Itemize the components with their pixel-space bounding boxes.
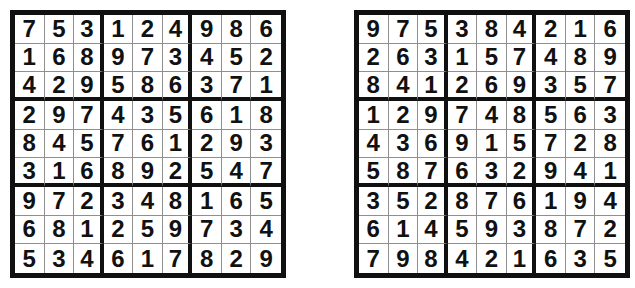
sudoku-cell[interactable]: 4 (448, 244, 478, 273)
sudoku-cell[interactable]: 5 (104, 72, 134, 101)
sudoku-cell[interactable]: 3 (359, 187, 389, 216)
sudoku-cell[interactable]: 1 (104, 15, 134, 44)
sudoku-cell[interactable]: 6 (566, 101, 596, 130)
sudoku-cell[interactable]: 7 (45, 187, 75, 216)
sudoku-cell[interactable]: 6 (251, 15, 281, 44)
sudoku-cell[interactable]: 1 (359, 101, 389, 130)
sudoku-cell[interactable]: 8 (389, 158, 419, 187)
sudoku-cell[interactable]: 6 (192, 101, 222, 130)
sudoku-cell[interactable]: 1 (163, 130, 193, 159)
sudoku-cell[interactable]: 2 (536, 15, 566, 44)
sudoku-cell[interactable]: 5 (389, 187, 419, 216)
sudoku-cell[interactable]: 7 (507, 44, 537, 73)
sudoku-cell[interactable]: 7 (595, 72, 625, 101)
sudoku-cell[interactable]: 3 (163, 44, 193, 73)
sudoku-cell[interactable]: 2 (507, 158, 537, 187)
sudoku-cell[interactable]: 6 (507, 187, 537, 216)
sudoku-cell[interactable]: 1 (448, 44, 478, 73)
sudoku-cell[interactable]: 1 (389, 216, 419, 245)
sudoku-cell[interactable]: 8 (536, 216, 566, 245)
sudoku-cell[interactable]: 4 (477, 101, 507, 130)
sudoku-cell[interactable]: 8 (45, 216, 75, 245)
sudoku-cell[interactable]: 1 (536, 187, 566, 216)
sudoku-cell[interactable]: 3 (595, 101, 625, 130)
sudoku-cell[interactable]: 3 (104, 187, 134, 216)
sudoku-cell[interactable]: 1 (477, 130, 507, 159)
sudoku-cell[interactable]: 9 (595, 44, 625, 73)
sudoku-cell[interactable]: 4 (418, 216, 448, 245)
sudoku-grid-left: 7531249861689734524295863712974356188457… (10, 10, 286, 278)
sudoku-cell[interactable]: 8 (104, 158, 134, 187)
sudoku-cell[interactable]: 9 (104, 44, 134, 73)
sudoku-cell[interactable]: 8 (595, 130, 625, 159)
sudoku-cell[interactable]: 6 (448, 158, 478, 187)
sudoku-cell[interactable]: 9 (163, 216, 193, 245)
sudoku-cell[interactable]: 2 (133, 15, 163, 44)
sudoku-cell[interactable]: 9 (389, 244, 419, 273)
sudoku-cell[interactable]: 9 (448, 130, 478, 159)
sudoku-cell[interactable]: 4 (595, 187, 625, 216)
sudoku-cell[interactable]: 3 (566, 244, 596, 273)
sudoku-cell[interactable]: 9 (477, 216, 507, 245)
sudoku-cell[interactable]: 1 (251, 72, 281, 101)
sudoku-cell[interactable]: 7 (566, 216, 596, 245)
sudoku-cell[interactable]: 2 (595, 216, 625, 245)
sudoku-cell[interactable]: 7 (192, 216, 222, 245)
sudoku-cell[interactable]: 5 (507, 130, 537, 159)
sudoku-cell[interactable]: 2 (74, 187, 104, 216)
sudoku-cell[interactable]: 7 (251, 158, 281, 187)
sudoku-cell[interactable]: 1 (595, 158, 625, 187)
sudoku-cell[interactable]: 4 (566, 158, 596, 187)
sudoku-cell[interactable]: 2 (104, 216, 134, 245)
sudoku-cell[interactable]: 4 (163, 15, 193, 44)
sudoku-cell[interactable]: 4 (251, 216, 281, 245)
sudoku-cell[interactable]: 6 (104, 244, 134, 273)
sudoku-cell[interactable]: 3 (418, 44, 448, 73)
sudoku-cell[interactable]: 6 (389, 44, 419, 73)
sudoku-cell[interactable]: 9 (15, 187, 45, 216)
sudoku-cell[interactable]: 5 (133, 216, 163, 245)
sudoku-cell[interactable]: 2 (222, 244, 252, 273)
sudoku-cell[interactable]: 5 (359, 158, 389, 187)
sudoku-cell[interactable]: 5 (45, 15, 75, 44)
sudoku-cell[interactable]: 9 (359, 15, 389, 44)
sudoku-cell[interactable]: 2 (448, 72, 478, 101)
sudoku-cell[interactable]: 3 (477, 158, 507, 187)
sudoku-cell[interactable]: 2 (163, 158, 193, 187)
sudoku-boards-container: 7531249861689734524295863712974356188457… (10, 10, 630, 278)
sudoku-cell[interactable]: 9 (418, 101, 448, 130)
sudoku-cell[interactable]: 4 (104, 101, 134, 130)
sudoku-cell[interactable]: 4 (507, 15, 537, 44)
sudoku-cell[interactable]: 3 (45, 244, 75, 273)
sudoku-grid-right: 9753842162631574898412693571297485634369… (354, 10, 630, 278)
sudoku-cell[interactable]: 5 (536, 101, 566, 130)
sudoku-cell[interactable]: 3 (536, 72, 566, 101)
sudoku-cell[interactable]: 7 (359, 244, 389, 273)
sudoku-cell[interactable]: 2 (359, 44, 389, 73)
sudoku-cell[interactable]: 1 (45, 158, 75, 187)
sudoku-cell[interactable]: 5 (251, 187, 281, 216)
sudoku-cell[interactable]: 5 (566, 72, 596, 101)
sudoku-cell[interactable]: 1 (507, 244, 537, 273)
sudoku-cell[interactable]: 2 (251, 44, 281, 73)
sudoku-cell[interactable]: 1 (566, 15, 596, 44)
sudoku-cell[interactable]: 3 (251, 130, 281, 159)
sudoku-cell[interactable]: 9 (536, 158, 566, 187)
sudoku-cell[interactable]: 9 (133, 158, 163, 187)
sudoku-cell[interactable]: 4 (222, 158, 252, 187)
sudoku-cell[interactable]: 6 (477, 72, 507, 101)
sudoku-cell[interactable]: 5 (477, 44, 507, 73)
sudoku-cell[interactable]: 8 (566, 44, 596, 73)
sudoku-cell[interactable]: 8 (74, 44, 104, 73)
sudoku-cell[interactable]: 5 (595, 244, 625, 273)
sudoku-cell[interactable]: 5 (192, 158, 222, 187)
sudoku-cell[interactable]: 1 (192, 187, 222, 216)
sudoku-cell[interactable]: 4 (45, 130, 75, 159)
sudoku-cell[interactable]: 7 (477, 187, 507, 216)
sudoku-cell[interactable]: 9 (74, 72, 104, 101)
sudoku-cell[interactable]: 7 (163, 244, 193, 273)
sudoku-cell[interactable]: 8 (222, 15, 252, 44)
sudoku-cell[interactable]: 9 (507, 72, 537, 101)
sudoku-cell[interactable]: 6 (163, 72, 193, 101)
sudoku-cell[interactable]: 6 (74, 158, 104, 187)
sudoku-cell[interactable]: 7 (418, 158, 448, 187)
sudoku-cell[interactable]: 3 (389, 130, 419, 159)
sudoku-cell[interactable]: 3 (133, 101, 163, 130)
sudoku-cell[interactable]: 9 (251, 244, 281, 273)
sudoku-cell[interactable]: 1 (418, 72, 448, 101)
sudoku-cell[interactable]: 7 (448, 101, 478, 130)
sudoku-cell[interactable]: 5 (15, 244, 45, 273)
sudoku-cell[interactable]: 8 (192, 244, 222, 273)
sudoku-cell[interactable]: 4 (133, 187, 163, 216)
sudoku-cell[interactable]: 6 (15, 216, 45, 245)
sudoku-cell[interactable]: 7 (133, 44, 163, 73)
sudoku-cell[interactable]: 9 (222, 130, 252, 159)
sudoku-cell[interactable]: 6 (45, 44, 75, 73)
sudoku-cell[interactable]: 9 (192, 15, 222, 44)
sudoku-cell[interactable]: 6 (133, 130, 163, 159)
sudoku-cell[interactable]: 7 (104, 130, 134, 159)
sudoku-cell[interactable]: 2 (418, 187, 448, 216)
sudoku-cell[interactable]: 4 (389, 72, 419, 101)
sudoku-cell[interactable]: 3 (222, 216, 252, 245)
sudoku-cell[interactable]: 7 (15, 15, 45, 44)
sudoku-cell[interactable]: 7 (536, 130, 566, 159)
sudoku-cell[interactable]: 6 (595, 15, 625, 44)
sudoku-cell[interactable]: 4 (74, 244, 104, 273)
sudoku-cell[interactable]: 9 (45, 101, 75, 130)
sudoku-cell[interactable]: 8 (448, 187, 478, 216)
sudoku-cell[interactable]: 3 (74, 15, 104, 44)
sudoku-cell[interactable]: 7 (389, 15, 419, 44)
sudoku-cell[interactable]: 9 (566, 187, 596, 216)
sudoku-cell[interactable]: 1 (74, 216, 104, 245)
sudoku-cell[interactable]: 4 (359, 130, 389, 159)
sudoku-cell[interactable]: 4 (15, 72, 45, 101)
sudoku-cell[interactable]: 2 (192, 130, 222, 159)
sudoku-cell[interactable]: 6 (418, 130, 448, 159)
sudoku-cell[interactable]: 1 (15, 44, 45, 73)
sudoku-cell[interactable]: 5 (448, 216, 478, 245)
sudoku-cell[interactable]: 5 (222, 44, 252, 73)
sudoku-cell[interactable]: 8 (163, 187, 193, 216)
sudoku-cell[interactable]: 4 (536, 44, 566, 73)
sudoku-cell[interactable]: 2 (477, 244, 507, 273)
sudoku-cell[interactable]: 5 (74, 130, 104, 159)
sudoku-cell[interactable]: 6 (222, 187, 252, 216)
sudoku-cell[interactable]: 8 (251, 101, 281, 130)
sudoku-cell[interactable]: 5 (418, 15, 448, 44)
sudoku-cell[interactable]: 3 (15, 158, 45, 187)
sudoku-cell[interactable]: 3 (448, 15, 478, 44)
sudoku-cell[interactable]: 2 (45, 72, 75, 101)
sudoku-cell[interactable]: 1 (133, 244, 163, 273)
sudoku-cell[interactable]: 7 (222, 72, 252, 101)
sudoku-cell[interactable]: 3 (192, 72, 222, 101)
sudoku-cell[interactable]: 2 (389, 101, 419, 130)
sudoku-cell[interactable]: 2 (15, 101, 45, 130)
sudoku-cell[interactable]: 8 (15, 130, 45, 159)
sudoku-cell[interactable]: 5 (163, 101, 193, 130)
sudoku-cell[interactable]: 8 (477, 15, 507, 44)
sudoku-cell[interactable]: 8 (507, 101, 537, 130)
sudoku-cell[interactable]: 8 (418, 244, 448, 273)
sudoku-cell[interactable]: 6 (536, 244, 566, 273)
sudoku-cell[interactable]: 8 (359, 72, 389, 101)
sudoku-cell[interactable]: 1 (222, 101, 252, 130)
sudoku-cell[interactable]: 7 (74, 101, 104, 130)
sudoku-cell[interactable]: 8 (133, 72, 163, 101)
sudoku-cell[interactable]: 4 (192, 44, 222, 73)
sudoku-cell[interactable]: 6 (359, 216, 389, 245)
sudoku-cell[interactable]: 2 (566, 130, 596, 159)
sudoku-cell[interactable]: 3 (507, 216, 537, 245)
